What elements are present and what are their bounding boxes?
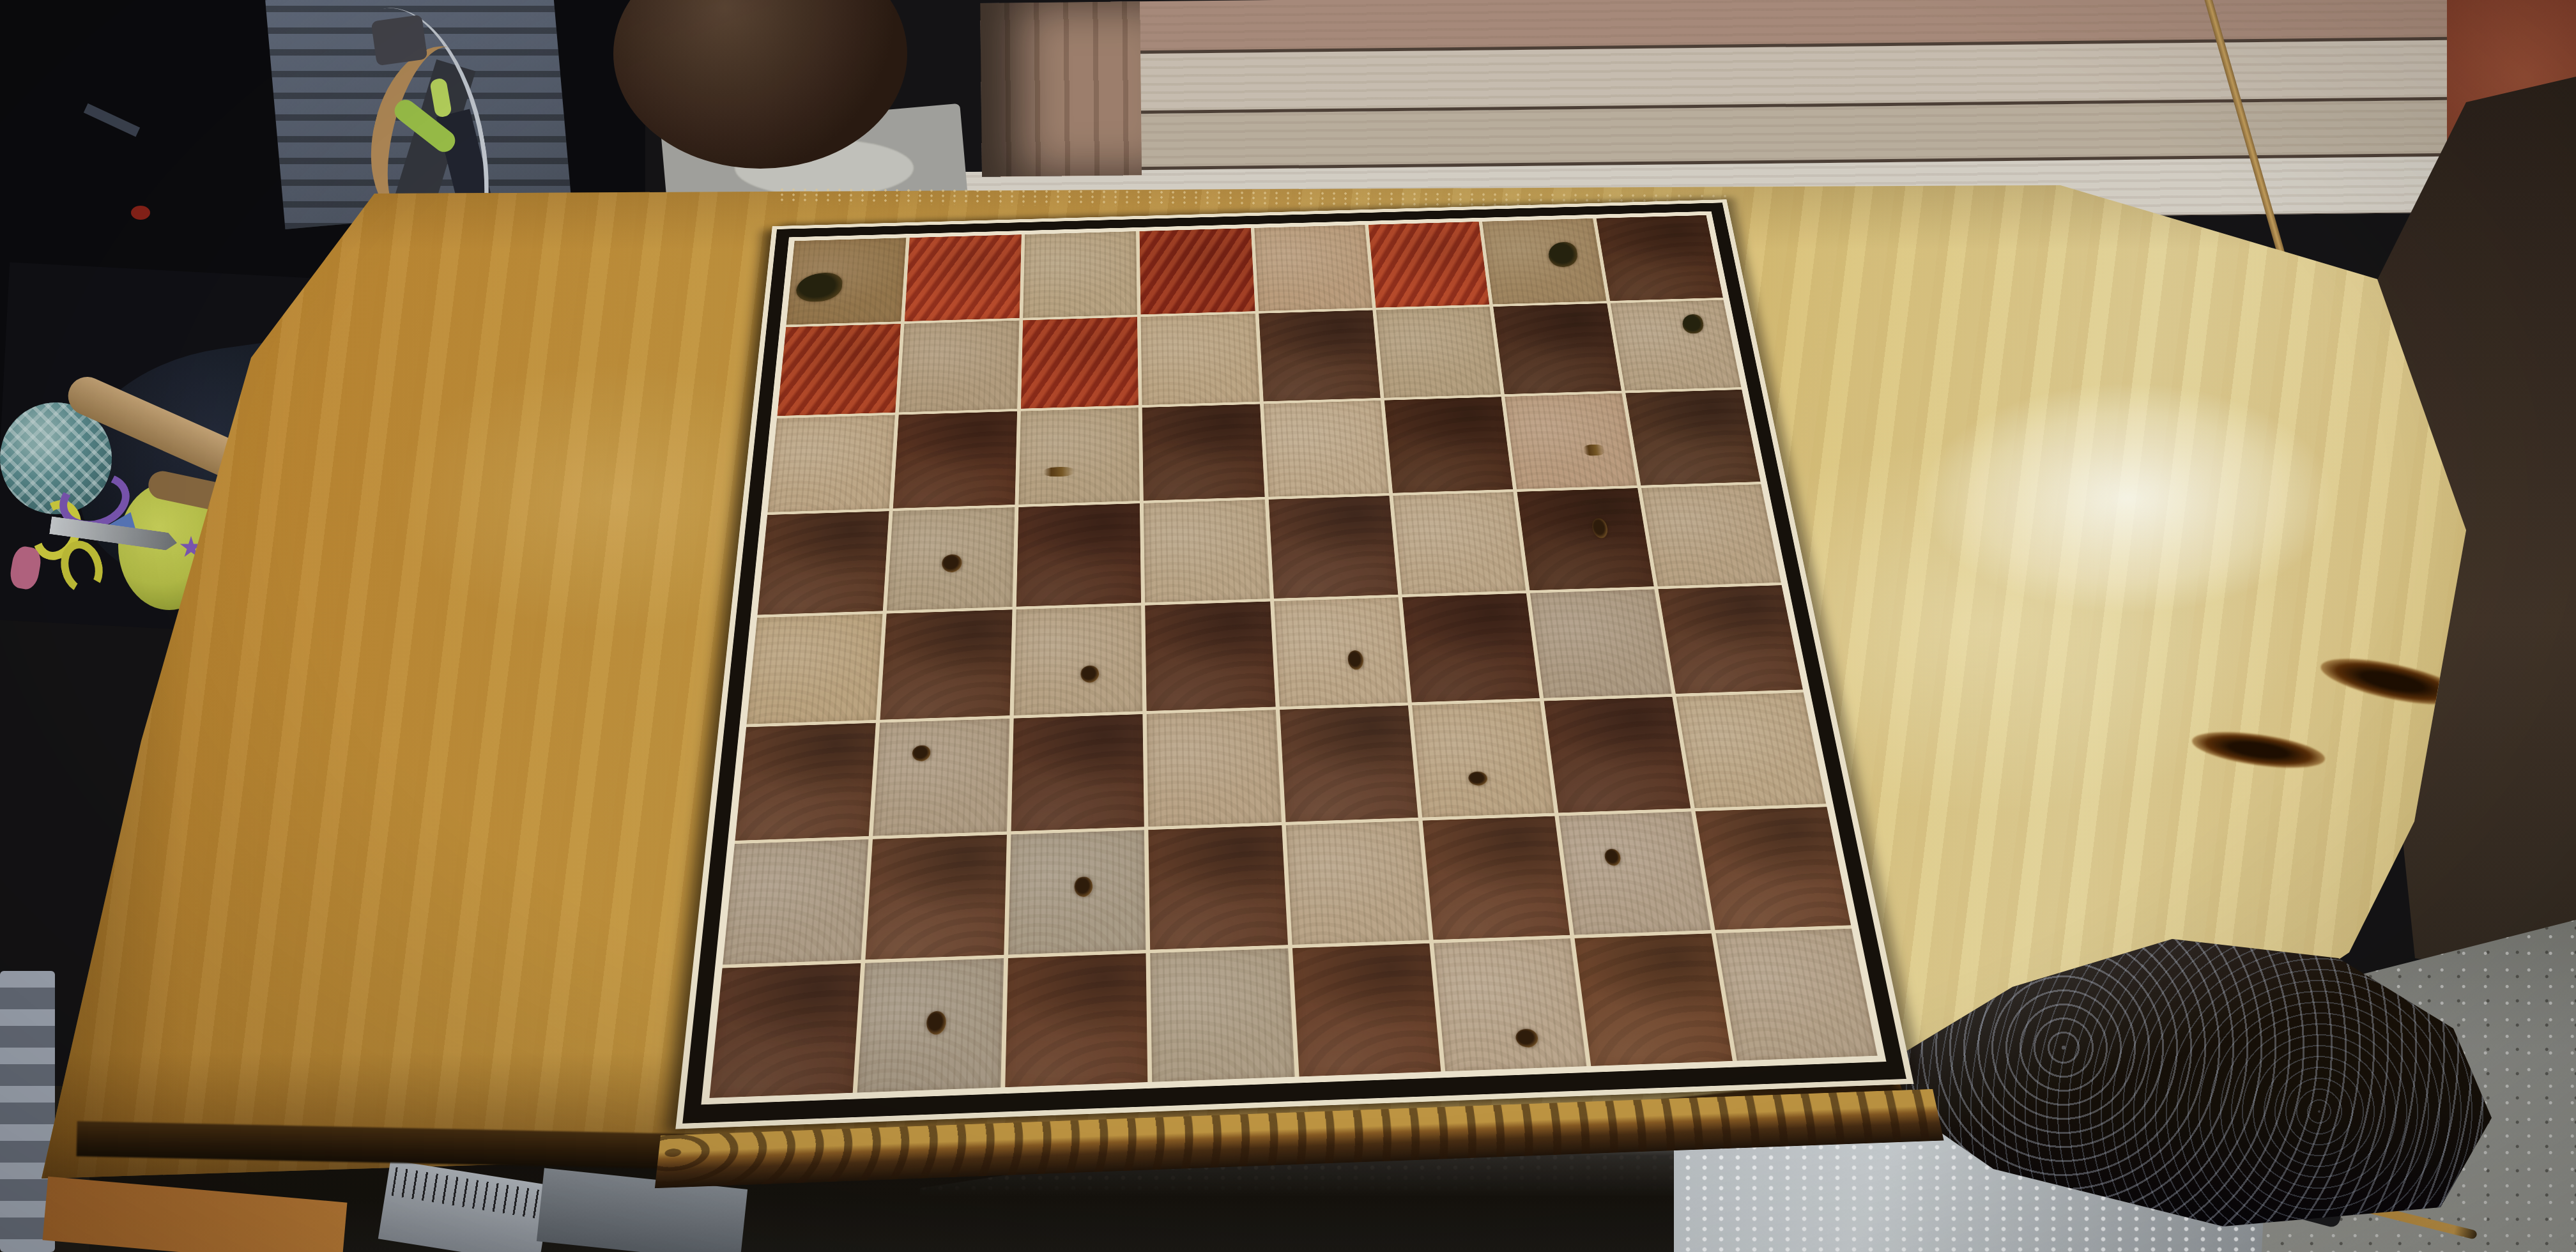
hose-fitting <box>371 15 428 66</box>
square-d7[interactable] <box>1141 314 1260 405</box>
board-black-frame <box>682 202 1906 1123</box>
wood-knot <box>1081 665 1099 683</box>
slab-knot-crack-2 <box>2190 726 2327 775</box>
square-h2[interactable] <box>1695 807 1851 930</box>
chessboard-recess <box>669 199 1927 1192</box>
slab-chip <box>51 824 96 882</box>
wood-knot <box>926 1011 946 1035</box>
square-d4[interactable] <box>1145 602 1275 711</box>
square-h5[interactable] <box>1641 484 1781 586</box>
square-g8[interactable] <box>1482 218 1606 304</box>
square-g4[interactable] <box>1530 589 1671 698</box>
square-e8[interactable] <box>1254 225 1372 311</box>
wood-knot <box>1075 876 1092 897</box>
square-c8[interactable] <box>1023 231 1137 317</box>
square-b1[interactable] <box>857 958 1004 1092</box>
wood-knot <box>1591 518 1609 538</box>
square-c6[interactable] <box>1018 408 1140 505</box>
square-e1[interactable] <box>1292 943 1441 1076</box>
square-c7[interactable] <box>1021 317 1138 408</box>
square-d3[interactable] <box>1147 710 1282 827</box>
square-b8[interactable] <box>905 234 1022 321</box>
wood-knot <box>1546 241 1579 267</box>
square-a1[interactable] <box>709 963 861 1098</box>
square-f6[interactable] <box>1384 397 1514 493</box>
square-c2[interactable] <box>1008 830 1146 955</box>
wood-knot <box>941 554 962 572</box>
square-b2[interactable] <box>866 834 1007 959</box>
red-indicator <box>131 206 150 220</box>
square-d5[interactable] <box>1144 500 1269 602</box>
square-c3[interactable] <box>1011 714 1144 831</box>
square-e3[interactable] <box>1280 705 1418 821</box>
wood-knot <box>912 745 931 761</box>
board-grid <box>709 215 1877 1098</box>
board-inner-line <box>701 211 1886 1105</box>
square-c4[interactable] <box>1014 606 1143 715</box>
square-b4[interactable] <box>880 609 1012 719</box>
square-a5[interactable] <box>758 511 889 615</box>
square-f5[interactable] <box>1393 492 1526 594</box>
square-d1[interactable] <box>1150 949 1294 1082</box>
wood-knot <box>1681 314 1705 334</box>
lumber-pile-end-grain <box>980 1 1142 177</box>
square-g1[interactable] <box>1575 934 1733 1066</box>
square-g6[interactable] <box>1505 393 1637 489</box>
square-b6[interactable] <box>893 411 1017 508</box>
wood-knot <box>1043 467 1075 477</box>
square-b7[interactable] <box>899 320 1019 412</box>
square-g2[interactable] <box>1559 811 1711 935</box>
wood-knot <box>795 272 843 302</box>
square-c1[interactable] <box>1005 954 1147 1088</box>
square-a6[interactable] <box>767 415 895 512</box>
square-h6[interactable] <box>1625 390 1761 485</box>
square-e4[interactable] <box>1274 597 1408 706</box>
square-h3[interactable] <box>1676 692 1826 808</box>
square-b3[interactable] <box>873 719 1009 836</box>
wood-knot <box>1347 650 1364 670</box>
square-c5[interactable] <box>1016 503 1142 606</box>
square-e2[interactable] <box>1285 820 1429 945</box>
square-h4[interactable] <box>1658 585 1803 694</box>
square-e5[interactable] <box>1268 496 1398 599</box>
workshop-scene <box>0 0 2576 1252</box>
chessboard <box>675 199 1913 1129</box>
square-a3[interactable] <box>735 723 876 841</box>
square-f4[interactable] <box>1402 593 1540 703</box>
square-a8[interactable] <box>786 238 907 324</box>
square-f3[interactable] <box>1412 701 1554 817</box>
wood-knot <box>1468 772 1488 786</box>
square-e7[interactable] <box>1259 310 1381 401</box>
wood-knot <box>1604 849 1622 866</box>
square-e6[interactable] <box>1263 401 1389 497</box>
square-f2[interactable] <box>1422 816 1570 940</box>
square-f8[interactable] <box>1368 222 1490 308</box>
square-h1[interactable] <box>1715 929 1878 1061</box>
wood-knot <box>1583 444 1606 456</box>
square-g5[interactable] <box>1517 488 1654 590</box>
square-d2[interactable] <box>1149 825 1288 950</box>
square-b5[interactable] <box>887 507 1015 611</box>
square-f1[interactable] <box>1434 938 1587 1071</box>
square-a4[interactable] <box>747 614 883 724</box>
square-h7[interactable] <box>1610 300 1741 390</box>
square-g7[interactable] <box>1493 303 1621 394</box>
wood-knot <box>1515 1028 1539 1048</box>
square-a7[interactable] <box>777 324 901 416</box>
square-d8[interactable] <box>1140 228 1255 314</box>
square-f7[interactable] <box>1376 307 1501 397</box>
square-d6[interactable] <box>1142 404 1264 501</box>
square-a2[interactable] <box>723 839 869 965</box>
square-g3[interactable] <box>1544 697 1690 813</box>
square-h8[interactable] <box>1596 215 1723 301</box>
